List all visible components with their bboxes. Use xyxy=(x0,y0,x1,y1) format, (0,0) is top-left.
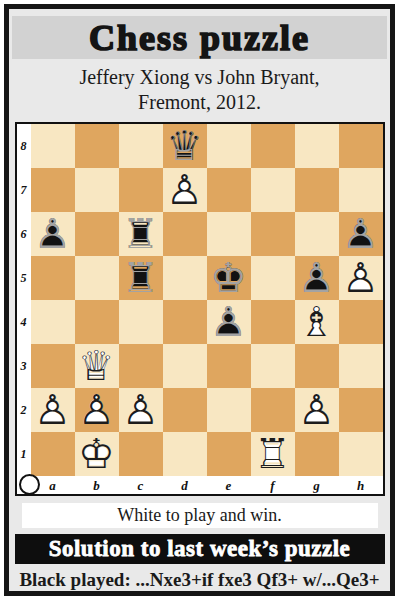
square-f4 xyxy=(251,300,295,344)
square-f3 xyxy=(251,344,295,388)
white-pawn-g2 xyxy=(295,388,339,432)
square-h7 xyxy=(339,168,383,212)
square-f8 xyxy=(251,124,295,168)
square-e5 xyxy=(207,256,251,300)
square-g6 xyxy=(295,212,339,256)
white-bishop-g4 xyxy=(295,300,339,344)
file-label-g: g xyxy=(295,477,339,494)
square-h8 xyxy=(339,124,383,168)
solution-header-text: Solution to last week’s puzzle xyxy=(49,536,351,562)
square-b7 xyxy=(75,168,119,212)
black-pawn-h6 xyxy=(339,212,383,256)
board-corner xyxy=(17,477,31,494)
square-c4 xyxy=(119,300,163,344)
file-label-strip: abcdefgh xyxy=(17,476,383,494)
square-a2 xyxy=(31,388,75,432)
square-e7 xyxy=(207,168,251,212)
file-label-d: d xyxy=(163,477,207,494)
file-label-c: c xyxy=(119,477,163,494)
square-d8 xyxy=(163,124,207,168)
square-g8 xyxy=(295,124,339,168)
square-a3 xyxy=(31,344,75,388)
rank-label-3: 3 xyxy=(17,344,31,388)
square-g1 xyxy=(295,432,339,476)
board-grid: 87654321 xyxy=(17,124,383,476)
square-a1 xyxy=(31,432,75,476)
file-label-h: h xyxy=(339,477,383,494)
square-c2 xyxy=(119,388,163,432)
square-f7 xyxy=(251,168,295,212)
subtitle-line2: Fremont, 2012. xyxy=(79,90,319,115)
white-pawn-d7 xyxy=(163,168,207,212)
square-c5 xyxy=(119,256,163,300)
rank-label-7: 7 xyxy=(17,168,31,212)
caption-text: White to play and win. xyxy=(117,505,281,526)
black-pawn-g5 xyxy=(295,256,339,300)
rank-label-1: 1 xyxy=(17,432,31,476)
square-g5 xyxy=(295,256,339,300)
square-e2 xyxy=(207,388,251,432)
square-a6 xyxy=(31,212,75,256)
rank-label-8: 8 xyxy=(17,124,31,168)
black-pawn-e4 xyxy=(207,300,251,344)
white-to-move-indicator xyxy=(19,474,40,495)
square-b8 xyxy=(75,124,119,168)
white-king-b1 xyxy=(75,432,119,476)
white-pawn-h5 xyxy=(339,256,383,300)
square-g2 xyxy=(295,388,339,432)
caption-strip: White to play and win. xyxy=(22,503,378,528)
outer-frame: Chess puzzle Jeffery Xiong vs John Bryan… xyxy=(4,4,395,596)
black-rook-c6 xyxy=(119,212,163,256)
page: Chess puzzle Jeffery Xiong vs John Bryan… xyxy=(0,0,399,600)
solution-line: Black played: ...Nxe3+if fxe3 Qf3+ w/...… xyxy=(19,569,379,591)
square-e4 xyxy=(207,300,251,344)
rank-label-2: 2 xyxy=(17,388,31,432)
rank-label-6: 6 xyxy=(17,212,31,256)
square-d4 xyxy=(163,300,207,344)
white-pawn-b2 xyxy=(75,388,119,432)
square-a7 xyxy=(31,168,75,212)
solution-header-bar: Solution to last week’s puzzle xyxy=(15,534,385,564)
square-g4 xyxy=(295,300,339,344)
solution-text: Black played: ...Nxe3+if fxe3 Qf3+ w/...… xyxy=(19,569,379,590)
square-h6 xyxy=(339,212,383,256)
square-b2 xyxy=(75,388,119,432)
square-h1 xyxy=(339,432,383,476)
square-c7 xyxy=(119,168,163,212)
white-queen-b3 xyxy=(75,344,119,388)
square-d7 xyxy=(163,168,207,212)
file-label-f: f xyxy=(251,477,295,494)
rank-label-4: 4 xyxy=(17,300,31,344)
square-d1 xyxy=(163,432,207,476)
black-king-e5 xyxy=(207,256,251,300)
square-b3 xyxy=(75,344,119,388)
square-c6 xyxy=(119,212,163,256)
file-label-e: e xyxy=(207,477,251,494)
square-d2 xyxy=(163,388,207,432)
square-c3 xyxy=(119,344,163,388)
match-subtitle: Jeffery Xiong vs John Bryant, Fremont, 2… xyxy=(79,65,319,115)
square-f6 xyxy=(251,212,295,256)
square-d6 xyxy=(163,212,207,256)
subtitle-line1: Jeffery Xiong vs John Bryant, xyxy=(79,65,319,90)
black-rook-c5 xyxy=(119,256,163,300)
square-d5 xyxy=(163,256,207,300)
square-e8 xyxy=(207,124,251,168)
square-h5 xyxy=(339,256,383,300)
white-rook-f1 xyxy=(251,432,295,476)
square-e1 xyxy=(207,432,251,476)
white-pawn-c2 xyxy=(119,388,163,432)
square-a8 xyxy=(31,124,75,168)
rank-label-5: 5 xyxy=(17,256,31,300)
square-h4 xyxy=(339,300,383,344)
square-g7 xyxy=(295,168,339,212)
square-d3 xyxy=(163,344,207,388)
square-a5 xyxy=(31,256,75,300)
square-c8 xyxy=(119,124,163,168)
square-h2 xyxy=(339,388,383,432)
black-pawn-a6 xyxy=(31,212,75,256)
square-h3 xyxy=(339,344,383,388)
file-label-b: b xyxy=(75,477,119,494)
black-queen-d8 xyxy=(163,124,207,168)
square-f2 xyxy=(251,388,295,432)
square-b6 xyxy=(75,212,119,256)
square-b5 xyxy=(75,256,119,300)
chess-board: 87654321 abcdefgh xyxy=(15,122,385,496)
page-title: Chess puzzle xyxy=(89,17,310,59)
square-e3 xyxy=(207,344,251,388)
square-f1 xyxy=(251,432,295,476)
square-g3 xyxy=(295,344,339,388)
square-f5 xyxy=(251,256,295,300)
square-a4 xyxy=(31,300,75,344)
square-b4 xyxy=(75,300,119,344)
square-c1 xyxy=(119,432,163,476)
square-b1 xyxy=(75,432,119,476)
white-pawn-a2 xyxy=(31,388,75,432)
square-e6 xyxy=(207,212,251,256)
title-band: Chess puzzle xyxy=(12,16,387,59)
